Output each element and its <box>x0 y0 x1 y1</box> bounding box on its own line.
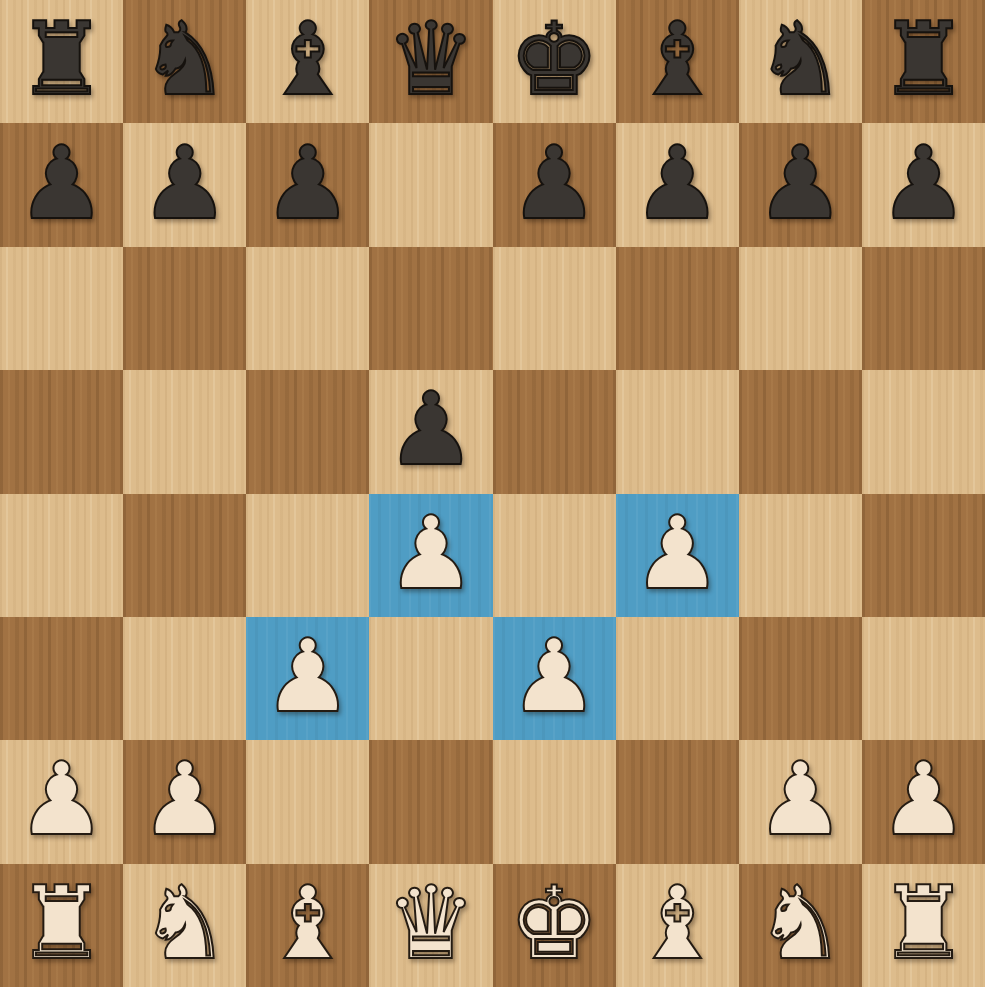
black-pawn[interactable]: ♟ <box>632 133 723 234</box>
black-bishop[interactable]: ♝ <box>263 9 354 110</box>
square-d1[interactable]: ♛ <box>369 864 492 987</box>
square-h5[interactable] <box>862 370 985 493</box>
square-h7[interactable]: ♟ <box>862 123 985 246</box>
square-c3[interactable]: ♟ <box>246 617 369 740</box>
black-pawn[interactable]: ♟ <box>509 133 600 234</box>
black-pawn[interactable]: ♟ <box>878 133 969 234</box>
square-a7[interactable]: ♟ <box>0 123 123 246</box>
white-knight[interactable]: ♞ <box>755 873 846 974</box>
square-c8[interactable]: ♝ <box>246 0 369 123</box>
square-d8[interactable]: ♛ <box>369 0 492 123</box>
black-pawn[interactable]: ♟ <box>263 133 354 234</box>
square-a1[interactable]: ♜ <box>0 864 123 987</box>
square-h8[interactable]: ♜ <box>862 0 985 123</box>
white-pawn[interactable]: ♟ <box>755 749 846 850</box>
white-pawn[interactable]: ♟ <box>878 749 969 850</box>
black-pawn[interactable]: ♟ <box>755 133 846 234</box>
white-pawn[interactable]: ♟ <box>139 749 230 850</box>
black-bishop[interactable]: ♝ <box>632 9 723 110</box>
square-h6[interactable] <box>862 247 985 370</box>
square-e3[interactable]: ♟ <box>493 617 616 740</box>
black-queen[interactable]: ♛ <box>386 9 477 110</box>
white-pawn[interactable]: ♟ <box>386 503 477 604</box>
square-b4[interactable] <box>123 494 246 617</box>
square-h2[interactable]: ♟ <box>862 740 985 863</box>
black-rook[interactable]: ♜ <box>878 9 969 110</box>
square-f6[interactable] <box>616 247 739 370</box>
square-e2[interactable] <box>493 740 616 863</box>
board-wrap: ♜♞♝♛♚♝♞♜♟♟♟♟♟♟♟♟♟♟♟♟♟♟♟♟♜♞♝♛♚♝♞♜ <box>0 0 985 987</box>
square-d2[interactable] <box>369 740 492 863</box>
square-c7[interactable]: ♟ <box>246 123 369 246</box>
square-b2[interactable]: ♟ <box>123 740 246 863</box>
white-king[interactable]: ♚ <box>509 873 600 974</box>
square-h4[interactable] <box>862 494 985 617</box>
square-f4[interactable]: ♟ <box>616 494 739 617</box>
square-e8[interactable]: ♚ <box>493 0 616 123</box>
square-c4[interactable] <box>246 494 369 617</box>
square-d6[interactable] <box>369 247 492 370</box>
square-d7[interactable] <box>369 123 492 246</box>
square-f2[interactable] <box>616 740 739 863</box>
square-b8[interactable]: ♞ <box>123 0 246 123</box>
square-c6[interactable] <box>246 247 369 370</box>
black-knight[interactable]: ♞ <box>755 9 846 110</box>
white-rook[interactable]: ♜ <box>16 873 107 974</box>
black-rook[interactable]: ♜ <box>16 9 107 110</box>
square-b3[interactable] <box>123 617 246 740</box>
black-pawn[interactable]: ♟ <box>16 133 107 234</box>
square-g3[interactable] <box>739 617 862 740</box>
white-pawn[interactable]: ♟ <box>16 749 107 850</box>
square-e6[interactable] <box>493 247 616 370</box>
square-h3[interactable] <box>862 617 985 740</box>
square-b5[interactable] <box>123 370 246 493</box>
square-g1[interactable]: ♞ <box>739 864 862 987</box>
square-g6[interactable] <box>739 247 862 370</box>
white-pawn[interactable]: ♟ <box>263 626 354 727</box>
square-g5[interactable] <box>739 370 862 493</box>
square-c5[interactable] <box>246 370 369 493</box>
square-e1[interactable]: ♚ <box>493 864 616 987</box>
square-d5[interactable]: ♟ <box>369 370 492 493</box>
square-f3[interactable] <box>616 617 739 740</box>
black-knight[interactable]: ♞ <box>139 9 230 110</box>
square-b6[interactable] <box>123 247 246 370</box>
square-a5[interactable] <box>0 370 123 493</box>
white-pawn[interactable]: ♟ <box>632 503 723 604</box>
square-g4[interactable] <box>739 494 862 617</box>
black-pawn[interactable]: ♟ <box>139 133 230 234</box>
black-king[interactable]: ♚ <box>509 9 600 110</box>
square-e4[interactable] <box>493 494 616 617</box>
square-a8[interactable]: ♜ <box>0 0 123 123</box>
square-a4[interactable] <box>0 494 123 617</box>
white-rook[interactable]: ♜ <box>878 873 969 974</box>
chess-board: ♜♞♝♛♚♝♞♜♟♟♟♟♟♟♟♟♟♟♟♟♟♟♟♟♜♞♝♛♚♝♞♜ <box>0 0 985 987</box>
square-c2[interactable] <box>246 740 369 863</box>
square-a3[interactable] <box>0 617 123 740</box>
white-bishop[interactable]: ♝ <box>263 873 354 974</box>
white-bishop[interactable]: ♝ <box>632 873 723 974</box>
square-f1[interactable]: ♝ <box>616 864 739 987</box>
square-b1[interactable]: ♞ <box>123 864 246 987</box>
square-g2[interactable]: ♟ <box>739 740 862 863</box>
white-pawn[interactable]: ♟ <box>509 626 600 727</box>
square-f7[interactable]: ♟ <box>616 123 739 246</box>
black-pawn[interactable]: ♟ <box>386 379 477 480</box>
square-b7[interactable]: ♟ <box>123 123 246 246</box>
square-e5[interactable] <box>493 370 616 493</box>
white-knight[interactable]: ♞ <box>139 873 230 974</box>
square-g7[interactable]: ♟ <box>739 123 862 246</box>
square-h1[interactable]: ♜ <box>862 864 985 987</box>
square-a6[interactable] <box>0 247 123 370</box>
square-c1[interactable]: ♝ <box>246 864 369 987</box>
square-d4[interactable]: ♟ <box>369 494 492 617</box>
square-a2[interactable]: ♟ <box>0 740 123 863</box>
square-d3[interactable] <box>369 617 492 740</box>
white-queen[interactable]: ♛ <box>386 873 477 974</box>
square-f5[interactable] <box>616 370 739 493</box>
square-g8[interactable]: ♞ <box>739 0 862 123</box>
square-f8[interactable]: ♝ <box>616 0 739 123</box>
square-e7[interactable]: ♟ <box>493 123 616 246</box>
